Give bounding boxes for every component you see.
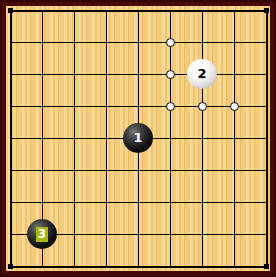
- intersection-G3[interactable]: [186, 186, 218, 218]
- intersection-B9[interactable]: [26, 6, 58, 26]
- circle-marker-F8: [166, 38, 175, 47]
- board-wood: 213: [6, 6, 270, 271]
- intersection-F7[interactable]: [154, 58, 186, 90]
- intersection-F1[interactable]: [154, 250, 186, 271]
- intersection-F6[interactable]: [154, 90, 186, 122]
- intersection-E1[interactable]: [122, 250, 154, 271]
- intersection-B7[interactable]: [26, 58, 58, 90]
- intersection-J1[interactable]: [250, 250, 270, 271]
- intersection-A2[interactable]: [6, 218, 26, 250]
- intersection-H8[interactable]: [218, 26, 250, 58]
- intersection-C3[interactable]: [58, 186, 90, 218]
- intersection-G5[interactable]: [186, 122, 218, 154]
- intersection-D8[interactable]: [90, 26, 122, 58]
- intersection-E7[interactable]: [122, 58, 154, 90]
- intersection-D1[interactable]: [90, 250, 122, 271]
- intersection-H2[interactable]: [218, 218, 250, 250]
- corner-square-marker: [8, 8, 13, 13]
- intersection-D3[interactable]: [90, 186, 122, 218]
- intersection-F4[interactable]: [154, 154, 186, 186]
- intersection-J5[interactable]: [250, 122, 270, 154]
- intersection-D9[interactable]: [90, 6, 122, 26]
- intersection-D4[interactable]: [90, 154, 122, 186]
- intersection-C7[interactable]: [58, 58, 90, 90]
- move-number-label: 1: [133, 123, 142, 153]
- intersection-J8[interactable]: [250, 26, 270, 58]
- intersection-B1[interactable]: [26, 250, 58, 271]
- intersection-D7[interactable]: [90, 58, 122, 90]
- intersection-E3[interactable]: [122, 186, 154, 218]
- intersection-J9[interactable]: [250, 6, 270, 26]
- intersection-B6[interactable]: [26, 90, 58, 122]
- intersection-G7[interactable]: 2: [186, 58, 218, 90]
- black-stone-move-1-E5: 1: [123, 123, 153, 153]
- intersection-J3[interactable]: [250, 186, 270, 218]
- intersection-J2[interactable]: [250, 218, 270, 250]
- intersection-D5[interactable]: [90, 122, 122, 154]
- board-grid: 213: [6, 6, 270, 271]
- intersection-B5[interactable]: [26, 122, 58, 154]
- intersection-G9[interactable]: [186, 6, 218, 26]
- intersection-C2[interactable]: [58, 218, 90, 250]
- intersection-F3[interactable]: [154, 186, 186, 218]
- circle-marker-G6: [198, 102, 207, 111]
- intersection-A5[interactable]: [6, 122, 26, 154]
- intersection-F5[interactable]: [154, 122, 186, 154]
- intersection-C5[interactable]: [58, 122, 90, 154]
- corner-square-marker: [264, 264, 269, 269]
- intersection-H4[interactable]: [218, 154, 250, 186]
- intersection-A9[interactable]: [6, 6, 26, 26]
- intersection-H6[interactable]: [218, 90, 250, 122]
- intersection-B2[interactable]: 3: [26, 218, 58, 250]
- go-board: 213: [0, 0, 276, 277]
- move-number-label: 2: [197, 59, 206, 89]
- intersection-E5[interactable]: 1: [122, 122, 154, 154]
- intersection-F9[interactable]: [154, 6, 186, 26]
- intersection-A1[interactable]: [6, 250, 26, 271]
- intersection-E4[interactable]: [122, 154, 154, 186]
- intersection-J4[interactable]: [250, 154, 270, 186]
- intersection-B4[interactable]: [26, 154, 58, 186]
- intersection-H9[interactable]: [218, 6, 250, 26]
- intersection-C8[interactable]: [58, 26, 90, 58]
- intersection-F8[interactable]: [154, 26, 186, 58]
- intersection-B8[interactable]: [26, 26, 58, 58]
- intersection-E9[interactable]: [122, 6, 154, 26]
- intersection-D2[interactable]: [90, 218, 122, 250]
- intersection-G2[interactable]: [186, 218, 218, 250]
- intersection-E8[interactable]: [122, 26, 154, 58]
- intersection-H5[interactable]: [218, 122, 250, 154]
- corner-square-marker: [8, 264, 13, 269]
- intersection-H7[interactable]: [218, 58, 250, 90]
- corner-square-marker: [264, 8, 269, 13]
- intersection-H1[interactable]: [218, 250, 250, 271]
- intersection-A4[interactable]: [6, 154, 26, 186]
- intersection-A7[interactable]: [6, 58, 26, 90]
- intersection-D6[interactable]: [90, 90, 122, 122]
- intersection-G4[interactable]: [186, 154, 218, 186]
- black-stone-move-3-B2: 3: [27, 219, 57, 249]
- circle-marker-F7: [166, 70, 175, 79]
- intersection-F2[interactable]: [154, 218, 186, 250]
- intersection-A3[interactable]: [6, 186, 26, 218]
- intersection-J7[interactable]: [250, 58, 270, 90]
- intersection-J6[interactable]: [250, 90, 270, 122]
- move-number-label: 3: [36, 227, 48, 242]
- intersection-C4[interactable]: [58, 154, 90, 186]
- intersection-B3[interactable]: [26, 186, 58, 218]
- intersection-C1[interactable]: [58, 250, 90, 271]
- intersection-G8[interactable]: [186, 26, 218, 58]
- intersection-H3[interactable]: [218, 186, 250, 218]
- intersection-E2[interactable]: [122, 218, 154, 250]
- intersection-E6[interactable]: [122, 90, 154, 122]
- intersection-G6[interactable]: [186, 90, 218, 122]
- circle-marker-F6: [166, 102, 175, 111]
- intersection-C9[interactable]: [58, 6, 90, 26]
- intersection-C6[interactable]: [58, 90, 90, 122]
- intersection-A6[interactable]: [6, 90, 26, 122]
- intersection-G1[interactable]: [186, 250, 218, 271]
- circle-marker-H6: [230, 102, 239, 111]
- white-stone-move-2-G7: 2: [187, 59, 217, 89]
- intersection-A8[interactable]: [6, 26, 26, 58]
